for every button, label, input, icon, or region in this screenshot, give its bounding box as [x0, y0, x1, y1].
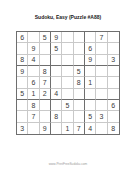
- sudoku-cell: 9: [85, 55, 96, 66]
- sudoku-cell: 9: [17, 66, 28, 77]
- sudoku-cell: [17, 43, 28, 54]
- sudoku-cell: [74, 111, 85, 122]
- sudoku-cell: [62, 66, 73, 77]
- sudoku-cell: [85, 89, 96, 100]
- sudoku-cell: [28, 123, 39, 134]
- sudoku-cell: 1: [62, 123, 73, 134]
- sudoku-cell: [108, 43, 119, 54]
- sudoku-cell: [62, 32, 73, 43]
- sudoku-cell: [62, 89, 73, 100]
- sudoku-cell: 9: [51, 32, 62, 43]
- sudoku-cell: 9: [28, 43, 39, 54]
- sudoku-cell: [108, 32, 119, 43]
- sudoku-cell: [74, 55, 85, 66]
- sudoku-cell: 4: [85, 123, 96, 134]
- sudoku-cell: 3: [96, 111, 107, 122]
- sudoku-cell: 5: [40, 32, 51, 43]
- sudoku-cell: [96, 77, 107, 88]
- sudoku-cell: 7: [74, 123, 85, 134]
- sudoku-cell: [62, 111, 73, 122]
- sudoku-cell: 5: [51, 43, 62, 54]
- sudoku-cell: 1: [28, 89, 39, 100]
- sudoku-cell: 8: [108, 123, 119, 134]
- sudoku-cell: 5: [85, 111, 96, 122]
- sudoku-cell: [96, 123, 107, 134]
- sudoku-cell: [108, 77, 119, 88]
- sudoku-cell: [40, 55, 51, 66]
- sudoku-cell: [74, 100, 85, 111]
- sudoku-cell: [51, 77, 62, 88]
- sudoku-cell: 9: [40, 123, 51, 134]
- sudoku-cell: [85, 66, 96, 77]
- sudoku-cell: 2: [40, 89, 51, 100]
- sudoku-cell: [74, 43, 85, 54]
- sudoku-cell: [40, 43, 51, 54]
- sudoku-cell: [62, 43, 73, 54]
- sudoku-cell: [17, 77, 28, 88]
- sudoku-cell: [62, 77, 73, 88]
- sudoku-cell: 8: [51, 111, 62, 122]
- sudoku-cell: 6: [85, 43, 96, 54]
- sudoku-cell: [51, 66, 62, 77]
- sudoku-cell: [96, 89, 107, 100]
- sudoku-cell: [108, 89, 119, 100]
- sudoku-cell: [40, 100, 51, 111]
- sudoku-cell: [40, 111, 51, 122]
- sudoku-cell: [108, 111, 119, 122]
- sudoku-cell: 8: [40, 66, 51, 77]
- sudoku-cell: 6: [28, 77, 39, 88]
- puzzle-title: Sudoku, Easy (Puzzle #A88): [0, 14, 136, 20]
- sudoku-cell: 3: [17, 123, 28, 134]
- sudoku-cell: [51, 100, 62, 111]
- sudoku-cell: 3: [108, 55, 119, 66]
- sudoku-cell: 7: [28, 111, 39, 122]
- sudoku-cell: [51, 55, 62, 66]
- sudoku-cell: [85, 100, 96, 111]
- sudoku-cell: [85, 32, 96, 43]
- sudoku-cell: [28, 66, 39, 77]
- sudoku-cell: 6: [17, 32, 28, 43]
- sudoku-cell: 8: [17, 55, 28, 66]
- sudoku-cell: [17, 111, 28, 122]
- sudoku-cell: [17, 100, 28, 111]
- footer-url: www.PrintFreeSudoku.com: [0, 162, 136, 166]
- sudoku-cell: 5: [74, 66, 85, 77]
- sudoku-cell: [51, 123, 62, 134]
- sudoku-cell: [96, 66, 107, 77]
- sudoku-cell: [96, 100, 107, 111]
- sudoku-cell: 6: [108, 100, 119, 111]
- sudoku-cell: [62, 55, 73, 66]
- sudoku-cell: 1: [85, 77, 96, 88]
- sudoku-board: 65979568493985678151248567853391748: [16, 31, 120, 135]
- sudoku-cell: 8: [74, 77, 85, 88]
- sudoku-cell: [74, 89, 85, 100]
- sudoku-cell: [28, 32, 39, 43]
- sudoku-cell: 7: [96, 32, 107, 43]
- sudoku-cell: [96, 43, 107, 54]
- sudoku-cell: 7: [40, 77, 51, 88]
- sudoku-cell: [96, 55, 107, 66]
- sudoku-cell: 8: [28, 100, 39, 111]
- sudoku-cell: 5: [62, 100, 73, 111]
- sudoku-cell: 4: [51, 89, 62, 100]
- sudoku-page: Sudoku, Easy (Puzzle #A88) 6597956849398…: [0, 0, 136, 176]
- sudoku-cell: [108, 66, 119, 77]
- sudoku-cell: 4: [28, 55, 39, 66]
- sudoku-cell: 5: [17, 89, 28, 100]
- sudoku-cell: [74, 32, 85, 43]
